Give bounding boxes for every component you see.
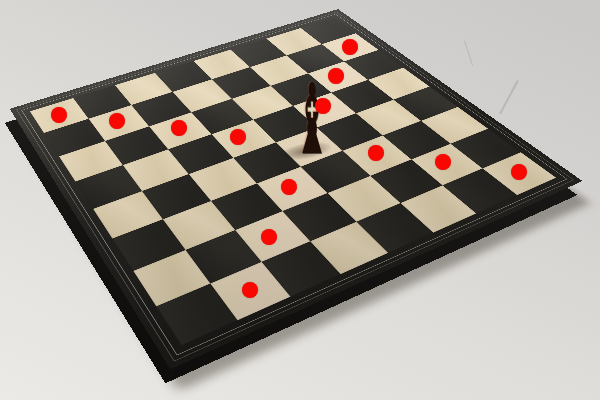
move-dot — [109, 113, 125, 129]
move-dot — [511, 164, 527, 180]
background-scuff — [464, 40, 473, 65]
move-dot — [435, 154, 451, 170]
background-scuff — [499, 80, 518, 114]
move-dot — [315, 98, 331, 114]
move-dot — [328, 68, 344, 84]
move-dot — [368, 145, 384, 161]
move-dot — [261, 229, 277, 245]
move-dot — [281, 179, 297, 195]
move-dot — [230, 129, 246, 145]
move-dot — [342, 39, 358, 55]
photo-stage: ♝ — [0, 0, 600, 400]
move-dot — [51, 107, 67, 123]
black-bishop-piece: ♝ — [294, 70, 331, 168]
move-dot — [242, 282, 258, 298]
move-dot — [171, 120, 187, 136]
